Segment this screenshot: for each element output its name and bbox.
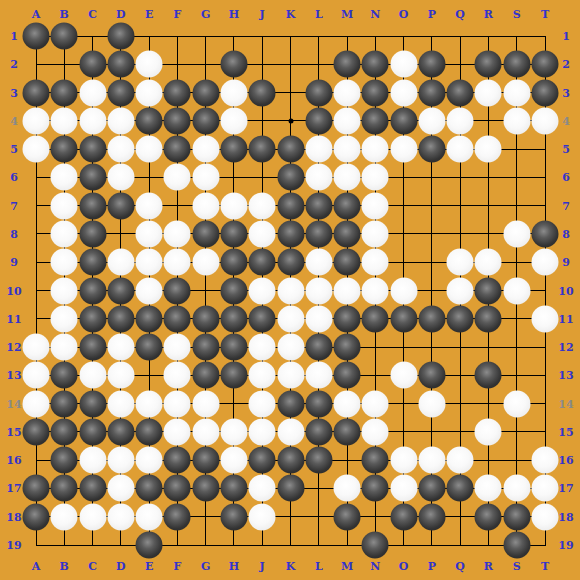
stone-black[interactable] <box>23 23 50 50</box>
stone-white[interactable] <box>334 136 361 163</box>
column-label-bottom: J <box>260 561 265 572</box>
stone-white[interactable] <box>107 475 134 502</box>
stone-white[interactable] <box>164 334 191 361</box>
stone-white[interactable] <box>164 249 191 276</box>
row-label-right: 3 <box>562 87 570 98</box>
stone-black[interactable] <box>107 305 134 332</box>
stone-black[interactable] <box>164 277 191 304</box>
stone-white[interactable] <box>136 277 163 304</box>
stone-black[interactable] <box>305 334 332 361</box>
stone-white[interactable] <box>362 164 389 191</box>
stone-black[interactable] <box>107 418 134 445</box>
stone-white[interactable] <box>390 79 417 106</box>
stone-black[interactable] <box>51 362 78 389</box>
stone-black[interactable] <box>362 79 389 106</box>
stone-black[interactable] <box>79 277 106 304</box>
stone-white[interactable] <box>51 107 78 134</box>
stone-black[interactable] <box>390 503 417 530</box>
stone-black[interactable] <box>362 475 389 502</box>
stone-black[interactable] <box>305 192 332 219</box>
go-board[interactable]: AA11BB22CC33DD44EE55FF66GG77HH88JJ99KK10… <box>0 0 580 580</box>
stone-white[interactable] <box>23 107 50 134</box>
stone-white[interactable] <box>164 220 191 247</box>
stone-black[interactable] <box>107 79 134 106</box>
stone-black[interactable] <box>532 79 559 106</box>
row-label-right: 13 <box>558 370 573 381</box>
row-label-left: 8 <box>10 228 18 239</box>
stone-black[interactable] <box>447 305 474 332</box>
stone-black[interactable] <box>277 164 304 191</box>
stone-white[interactable] <box>249 220 276 247</box>
row-label-right: 4 <box>562 115 570 126</box>
stone-white[interactable] <box>277 277 304 304</box>
stone-white[interactable] <box>192 164 219 191</box>
star-point <box>288 118 293 123</box>
row-label-right: 19 <box>558 540 573 551</box>
stone-black[interactable] <box>305 390 332 417</box>
stone-white[interactable] <box>79 79 106 106</box>
stone-white[interactable] <box>390 136 417 163</box>
column-label-bottom: P <box>428 561 436 572</box>
stone-white[interactable] <box>249 192 276 219</box>
row-label-left: 19 <box>6 540 21 551</box>
stone-black[interactable] <box>362 447 389 474</box>
stone-white[interactable] <box>107 362 134 389</box>
stone-white[interactable] <box>390 277 417 304</box>
stone-black[interactable] <box>334 51 361 78</box>
stone-white[interactable] <box>418 107 445 134</box>
stone-black[interactable] <box>136 334 163 361</box>
stone-white[interactable] <box>532 475 559 502</box>
row-label-right: 9 <box>562 257 570 268</box>
stone-black[interactable] <box>136 475 163 502</box>
stone-white[interactable] <box>107 334 134 361</box>
stone-black[interactable] <box>249 305 276 332</box>
stone-white[interactable] <box>136 447 163 474</box>
stone-white[interactable] <box>305 136 332 163</box>
row-label-right: 6 <box>562 172 570 183</box>
stone-white[interactable] <box>192 418 219 445</box>
stone-white[interactable] <box>23 390 50 417</box>
stone-white[interactable] <box>164 164 191 191</box>
stone-black[interactable] <box>164 79 191 106</box>
stone-white[interactable] <box>305 277 332 304</box>
stone-black[interactable] <box>51 418 78 445</box>
stone-white[interactable] <box>249 475 276 502</box>
stone-black[interactable] <box>164 447 191 474</box>
stone-black[interactable] <box>164 503 191 530</box>
column-label-bottom: A <box>32 561 41 572</box>
row-label-left: 18 <box>6 511 21 522</box>
row-label-left: 5 <box>10 144 18 155</box>
stone-black[interactable] <box>305 107 332 134</box>
stone-black[interactable] <box>23 475 50 502</box>
stone-white[interactable] <box>51 192 78 219</box>
stone-black[interactable] <box>164 136 191 163</box>
stone-black[interactable] <box>192 447 219 474</box>
stone-white[interactable] <box>334 475 361 502</box>
stone-black[interactable] <box>51 79 78 106</box>
stone-black[interactable] <box>192 334 219 361</box>
stone-white[interactable] <box>136 136 163 163</box>
stone-white[interactable] <box>362 277 389 304</box>
stone-white[interactable] <box>192 136 219 163</box>
stone-black[interactable] <box>79 418 106 445</box>
stone-white[interactable] <box>334 390 361 417</box>
stone-black[interactable] <box>334 503 361 530</box>
stone-black[interactable] <box>79 136 106 163</box>
stone-white[interactable] <box>305 164 332 191</box>
stone-white[interactable] <box>220 418 247 445</box>
column-label-bottom: B <box>60 561 69 572</box>
stone-white[interactable] <box>51 277 78 304</box>
stone-white[interactable] <box>362 220 389 247</box>
stone-white[interactable] <box>475 418 502 445</box>
row-label-left: 13 <box>6 370 21 381</box>
column-label-top: D <box>116 9 126 20</box>
stone-white[interactable] <box>51 503 78 530</box>
stone-black[interactable] <box>220 51 247 78</box>
stone-black[interactable] <box>220 475 247 502</box>
stone-white[interactable] <box>334 107 361 134</box>
stone-white[interactable] <box>51 334 78 361</box>
stone-black[interactable] <box>192 305 219 332</box>
stone-white[interactable] <box>390 51 417 78</box>
stone-white[interactable] <box>249 418 276 445</box>
stone-black[interactable] <box>277 220 304 247</box>
stone-white[interactable] <box>503 79 530 106</box>
stone-white[interactable] <box>475 79 502 106</box>
stone-black[interactable] <box>107 23 134 50</box>
stone-black[interactable] <box>79 249 106 276</box>
stone-black[interactable] <box>305 79 332 106</box>
stone-white[interactable] <box>136 390 163 417</box>
stone-black[interactable] <box>164 475 191 502</box>
stone-white[interactable] <box>362 418 389 445</box>
stone-black[interactable] <box>23 418 50 445</box>
stone-white[interactable] <box>503 277 530 304</box>
stone-white[interactable] <box>192 390 219 417</box>
stone-white[interactable] <box>79 447 106 474</box>
stone-black[interactable] <box>390 305 417 332</box>
stone-white[interactable] <box>334 79 361 106</box>
stone-black[interactable] <box>220 362 247 389</box>
column-label-top: L <box>315 9 323 20</box>
stone-white[interactable] <box>23 334 50 361</box>
stone-white[interactable] <box>277 305 304 332</box>
stone-black[interactable] <box>79 475 106 502</box>
row-label-left: 14 <box>6 398 21 409</box>
stone-black[interactable] <box>51 136 78 163</box>
stone-black[interactable] <box>107 277 134 304</box>
stone-white[interactable] <box>107 107 134 134</box>
stone-white[interactable] <box>164 390 191 417</box>
column-label-top: R <box>484 9 493 20</box>
stone-black[interactable] <box>136 532 163 559</box>
stone-black[interactable] <box>447 475 474 502</box>
stone-white[interactable] <box>136 192 163 219</box>
stone-white[interactable] <box>447 447 474 474</box>
stone-white[interactable] <box>136 503 163 530</box>
stone-white[interactable] <box>447 107 474 134</box>
column-label-bottom: T <box>541 561 549 572</box>
stone-white[interactable] <box>277 334 304 361</box>
stone-black[interactable] <box>79 305 106 332</box>
row-label-left: 11 <box>6 313 21 324</box>
stone-white[interactable] <box>503 107 530 134</box>
stone-black[interactable] <box>334 334 361 361</box>
stone-white[interactable] <box>51 220 78 247</box>
stone-white[interactable] <box>107 447 134 474</box>
row-label-right: 8 <box>562 228 570 239</box>
stone-white[interactable] <box>220 447 247 474</box>
stone-white[interactable] <box>23 362 50 389</box>
row-label-right: 11 <box>558 313 573 324</box>
stone-black[interactable] <box>503 51 530 78</box>
stone-white[interactable] <box>503 475 530 502</box>
column-label-top: G <box>201 9 210 20</box>
stone-white[interactable] <box>51 305 78 332</box>
stone-white[interactable] <box>107 164 134 191</box>
row-label-left: 17 <box>6 483 21 494</box>
stone-black[interactable] <box>192 362 219 389</box>
stone-white[interactable] <box>503 390 530 417</box>
stone-black[interactable] <box>305 220 332 247</box>
stone-white[interactable] <box>447 249 474 276</box>
stone-white[interactable] <box>249 503 276 530</box>
stone-white[interactable] <box>220 79 247 106</box>
stone-white[interactable] <box>277 418 304 445</box>
stone-black[interactable] <box>164 107 191 134</box>
stone-white[interactable] <box>532 107 559 134</box>
stone-black[interactable] <box>277 390 304 417</box>
stone-white[interactable] <box>107 249 134 276</box>
stone-white[interactable] <box>220 192 247 219</box>
stone-white[interactable] <box>79 503 106 530</box>
stone-black[interactable] <box>532 220 559 247</box>
stone-white[interactable] <box>220 107 247 134</box>
stone-black[interactable] <box>107 192 134 219</box>
stone-black[interactable] <box>418 362 445 389</box>
stone-black[interactable] <box>475 305 502 332</box>
stone-white[interactable] <box>390 362 417 389</box>
stone-white[interactable] <box>249 334 276 361</box>
stone-white[interactable] <box>475 249 502 276</box>
row-label-left: 15 <box>6 426 21 437</box>
stone-black[interactable] <box>362 107 389 134</box>
stone-black[interactable] <box>79 220 106 247</box>
stone-white[interactable] <box>305 305 332 332</box>
stone-white[interactable] <box>51 164 78 191</box>
stone-black[interactable] <box>334 418 361 445</box>
stone-white[interactable] <box>277 362 304 389</box>
column-label-top: O <box>399 9 409 20</box>
stone-black[interactable] <box>418 503 445 530</box>
stone-black[interactable] <box>23 79 50 106</box>
stone-white[interactable] <box>136 79 163 106</box>
stone-black[interactable] <box>136 418 163 445</box>
stone-black[interactable] <box>249 249 276 276</box>
stone-black[interactable] <box>277 192 304 219</box>
column-label-top: M <box>341 9 353 20</box>
stone-black[interactable] <box>79 164 106 191</box>
stone-black[interactable] <box>136 305 163 332</box>
stone-white[interactable] <box>249 277 276 304</box>
stone-white[interactable] <box>107 390 134 417</box>
stone-black[interactable] <box>305 447 332 474</box>
row-label-left: 16 <box>6 455 21 466</box>
stone-white[interactable] <box>79 362 106 389</box>
row-label-left: 7 <box>10 200 18 211</box>
column-label-bottom: H <box>229 561 239 572</box>
stone-black[interactable] <box>23 503 50 530</box>
row-label-right: 15 <box>558 426 573 437</box>
stone-black[interactable] <box>249 447 276 474</box>
stone-black[interactable] <box>418 475 445 502</box>
stone-black[interactable] <box>220 249 247 276</box>
stone-black[interactable] <box>220 277 247 304</box>
stone-black[interactable] <box>277 475 304 502</box>
stone-black[interactable] <box>192 107 219 134</box>
column-label-bottom: E <box>145 561 153 572</box>
column-label-top: T <box>541 9 549 20</box>
stone-white[interactable] <box>107 503 134 530</box>
stone-white[interactable] <box>136 51 163 78</box>
stone-black[interactable] <box>192 79 219 106</box>
stone-white[interactable] <box>532 305 559 332</box>
stone-black[interactable] <box>79 192 106 219</box>
stone-black[interactable] <box>334 220 361 247</box>
stone-black[interactable] <box>192 475 219 502</box>
stone-black[interactable] <box>277 249 304 276</box>
stone-white[interactable] <box>390 475 417 502</box>
column-label-bottom: C <box>88 561 97 572</box>
stone-white[interactable] <box>362 192 389 219</box>
row-label-right: 10 <box>558 285 573 296</box>
stone-black[interactable] <box>503 532 530 559</box>
stone-black[interactable] <box>334 249 361 276</box>
stone-white[interactable] <box>418 447 445 474</box>
stone-black[interactable] <box>418 79 445 106</box>
stone-black[interactable] <box>447 79 474 106</box>
stone-black[interactable] <box>192 220 219 247</box>
stone-black[interactable] <box>418 51 445 78</box>
column-label-top: B <box>60 9 69 20</box>
stone-black[interactable] <box>475 503 502 530</box>
stone-black[interactable] <box>249 79 276 106</box>
stone-black[interactable] <box>390 107 417 134</box>
stone-white[interactable] <box>475 136 502 163</box>
stone-white[interactable] <box>51 249 78 276</box>
stone-black[interactable] <box>277 447 304 474</box>
stone-black[interactable] <box>220 334 247 361</box>
stone-black[interactable] <box>334 362 361 389</box>
stone-black[interactable] <box>79 334 106 361</box>
stone-white[interactable] <box>447 277 474 304</box>
row-label-right: 7 <box>562 200 570 211</box>
stone-black[interactable] <box>277 136 304 163</box>
row-label-right: 12 <box>558 342 573 353</box>
stone-white[interactable] <box>305 249 332 276</box>
stone-white[interactable] <box>362 249 389 276</box>
stone-black[interactable] <box>532 51 559 78</box>
stone-white[interactable] <box>532 503 559 530</box>
stone-black[interactable] <box>220 220 247 247</box>
stone-black[interactable] <box>51 23 78 50</box>
stone-white[interactable] <box>79 107 106 134</box>
stone-black[interactable] <box>107 51 134 78</box>
stone-white[interactable] <box>192 192 219 219</box>
stone-white[interactable] <box>23 136 50 163</box>
stone-black[interactable] <box>362 532 389 559</box>
stone-white[interactable] <box>249 390 276 417</box>
stone-black[interactable] <box>334 192 361 219</box>
stone-black[interactable] <box>220 136 247 163</box>
column-label-bottom: O <box>399 561 409 572</box>
stone-white[interactable] <box>390 447 417 474</box>
stone-white[interactable] <box>164 362 191 389</box>
stone-white[interactable] <box>447 136 474 163</box>
stone-white[interactable] <box>305 362 332 389</box>
stone-black[interactable] <box>334 305 361 332</box>
stone-white[interactable] <box>249 362 276 389</box>
stone-white[interactable] <box>192 249 219 276</box>
stone-white[interactable] <box>334 277 361 304</box>
row-label-right: 14 <box>558 398 573 409</box>
stone-black[interactable] <box>51 447 78 474</box>
stone-black[interactable] <box>79 51 106 78</box>
stone-black[interactable] <box>475 277 502 304</box>
stone-white[interactable] <box>164 418 191 445</box>
column-label-bottom: L <box>315 561 323 572</box>
stone-black[interactable] <box>164 305 191 332</box>
row-label-left: 6 <box>10 172 18 183</box>
stone-black[interactable] <box>51 475 78 502</box>
stone-black[interactable] <box>418 136 445 163</box>
column-label-top: H <box>229 9 239 20</box>
stone-white[interactable] <box>362 390 389 417</box>
row-label-left: 4 <box>10 115 18 126</box>
stone-black[interactable] <box>79 390 106 417</box>
stone-black[interactable] <box>136 107 163 134</box>
stone-white[interactable] <box>362 136 389 163</box>
stone-black[interactable] <box>51 390 78 417</box>
stone-black[interactable] <box>362 51 389 78</box>
stone-black[interactable] <box>220 503 247 530</box>
stone-white[interactable] <box>503 220 530 247</box>
row-label-left: 9 <box>10 257 18 268</box>
stone-white[interactable] <box>107 136 134 163</box>
row-label-left: 1 <box>10 31 18 42</box>
stone-black[interactable] <box>220 305 247 332</box>
stone-black[interactable] <box>249 136 276 163</box>
stone-black[interactable] <box>503 503 530 530</box>
stone-white[interactable] <box>418 390 445 417</box>
stone-black[interactable] <box>475 51 502 78</box>
stone-white[interactable] <box>136 249 163 276</box>
stone-white[interactable] <box>532 249 559 276</box>
stone-white[interactable] <box>136 220 163 247</box>
stone-black[interactable] <box>475 362 502 389</box>
stone-white[interactable] <box>532 447 559 474</box>
column-label-top: K <box>286 9 296 20</box>
stone-white[interactable] <box>475 475 502 502</box>
stone-black[interactable] <box>362 305 389 332</box>
column-label-top: J <box>260 9 265 20</box>
stone-black[interactable] <box>418 305 445 332</box>
stone-white[interactable] <box>334 164 361 191</box>
stone-black[interactable] <box>305 418 332 445</box>
